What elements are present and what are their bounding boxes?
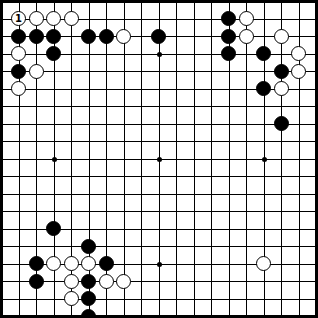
black-stone [81,291,96,306]
black-stone [29,29,44,44]
black-stone [11,64,26,79]
grid-line-horizontal [3,281,315,282]
star-point [157,157,162,162]
white-stone [64,11,79,26]
white-stone [116,29,131,44]
black-stone [81,309,96,318]
black-stone [274,64,289,79]
white-stone [239,11,254,26]
white-stone [81,256,96,271]
black-stone [29,274,44,289]
white-stone [64,274,79,289]
grid-line-vertical [281,3,282,315]
white-stone [99,274,114,289]
white-stone [256,256,271,271]
white-stone [116,274,131,289]
white-stone [239,29,254,44]
white-stone [291,64,306,79]
white-stone [46,256,61,271]
white-stone [29,64,44,79]
grid-line-vertical [246,3,247,315]
grid-line-vertical [211,3,212,315]
white-stone [11,46,26,61]
grid-line-horizontal [3,176,315,177]
white-stone [11,81,26,96]
black-stone [256,81,271,96]
black-stone [99,29,114,44]
black-stone [46,221,61,236]
white-stone [29,11,44,26]
black-stone [99,256,114,271]
white-stone [64,256,79,271]
black-stone [221,46,236,61]
grid-line-horizontal [3,211,315,212]
star-point [52,157,57,162]
black-stone [46,29,61,44]
black-stone [29,256,44,271]
white-stone [64,291,79,306]
black-stone [81,239,96,254]
black-stone [151,29,166,44]
white-stone [274,81,289,96]
star-point [157,262,162,267]
move-number-label: 1 [15,14,22,24]
black-stone [274,116,289,131]
black-stone [221,11,236,26]
black-stone [11,29,26,44]
go-board[interactable]: 1 [0,0,318,318]
grid-line-vertical [194,3,195,315]
star-point [262,157,267,162]
grid-line-horizontal [3,299,315,300]
white-stone [46,11,61,26]
black-stone [46,46,61,61]
black-stone [256,46,271,61]
grid-line-horizontal [3,246,315,247]
grid-line-vertical [176,3,177,315]
white-stone [274,29,289,44]
black-stone [81,274,96,289]
white-stone [291,46,306,61]
star-point [157,52,162,57]
black-stone [221,29,236,44]
grid-line-horizontal [3,194,315,195]
white-stone: 1 [11,11,26,26]
black-stone [81,29,96,44]
